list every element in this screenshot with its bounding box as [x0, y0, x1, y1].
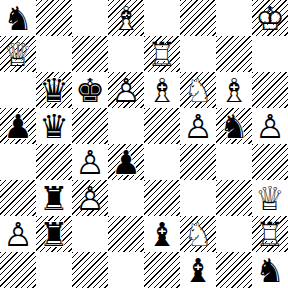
square-h1[interactable]: ♞	[252, 252, 288, 288]
square-a4[interactable]	[0, 144, 36, 180]
bishop-fill: ♝	[108, 0, 144, 36]
white-knight-icon: ♘	[180, 72, 216, 108]
square-a7[interactable]: ♛♕	[0, 36, 36, 72]
pawn-fill: ♟	[180, 108, 216, 144]
square-e7[interactable]: ♜♖	[144, 36, 180, 72]
pawn-fill: ♟	[252, 108, 288, 144]
square-d8[interactable]: ♝♗	[108, 0, 144, 36]
square-f1[interactable]: ♝	[180, 252, 216, 288]
white-pawn-icon: ♙	[0, 216, 36, 252]
white-pawn-icon: ♙	[108, 72, 144, 108]
square-b6[interactable]: ♛	[36, 72, 72, 108]
pawn-fill: ♟	[0, 216, 36, 252]
square-c4[interactable]: ♟♙	[72, 144, 108, 180]
king-fill: ♚	[252, 0, 288, 36]
white-rook-icon: ♖	[144, 36, 180, 72]
piece-white-pawn: ♟♙	[72, 180, 108, 216]
square-a3[interactable]	[0, 180, 36, 216]
square-b3[interactable]: ♜	[36, 180, 72, 216]
square-a2[interactable]: ♟♙	[0, 216, 36, 252]
black-knight-icon: ♞	[216, 108, 252, 144]
piece-white-bishop: ♝♗	[108, 0, 144, 36]
square-d4[interactable]: ♟	[108, 144, 144, 180]
square-a6[interactable]	[0, 72, 36, 108]
square-h3[interactable]: ♛♕	[252, 180, 288, 216]
piece-black-knight: ♞	[0, 0, 36, 36]
square-g2[interactable]	[216, 216, 252, 252]
square-a8[interactable]: ♞	[0, 0, 36, 36]
piece-black-knight: ♞	[216, 108, 252, 144]
black-knight-icon: ♞	[252, 252, 288, 288]
square-a1[interactable]	[0, 252, 36, 288]
square-d1[interactable]	[108, 252, 144, 288]
square-h8[interactable]: ♚♔	[252, 0, 288, 36]
square-e4[interactable]	[144, 144, 180, 180]
square-b4[interactable]	[36, 144, 72, 180]
square-d6[interactable]: ♟♙	[108, 72, 144, 108]
knight-fill: ♞	[180, 216, 216, 252]
square-a5[interactable]: ♟	[0, 108, 36, 144]
piece-black-queen: ♛	[36, 108, 72, 144]
black-bishop-icon: ♝	[144, 216, 180, 252]
piece-white-rook: ♜♖	[144, 36, 180, 72]
white-queen-icon: ♕	[0, 36, 36, 72]
piece-black-bishop: ♝	[180, 252, 216, 288]
square-h5[interactable]: ♟♙	[252, 108, 288, 144]
square-g1[interactable]	[216, 252, 252, 288]
square-g3[interactable]	[216, 180, 252, 216]
white-rook-icon: ♖	[252, 216, 288, 252]
piece-black-pawn: ♟	[108, 144, 144, 180]
chess-diagram: ♞♝♗♚♔♛♕♜♖♛♚♟♙♝♗♞♘♝♗♟♛♟♙♞♟♙♟♙♟♜♟♙♛♕♟♙♜♝♞♘…	[0, 0, 288, 288]
piece-white-queen: ♛♕	[0, 36, 36, 72]
piece-white-pawn: ♟♙	[0, 216, 36, 252]
knight-fill: ♞	[180, 72, 216, 108]
square-e5[interactable]	[144, 108, 180, 144]
square-b2[interactable]: ♜	[36, 216, 72, 252]
square-h2[interactable]: ♜♖	[252, 216, 288, 252]
square-e6[interactable]: ♝♗	[144, 72, 180, 108]
square-g5[interactable]: ♞	[216, 108, 252, 144]
piece-white-pawn: ♟♙	[252, 108, 288, 144]
pawn-fill: ♟	[72, 144, 108, 180]
square-c1[interactable]	[72, 252, 108, 288]
piece-white-king: ♚♔	[252, 0, 288, 36]
square-f3[interactable]	[180, 180, 216, 216]
piece-black-rook: ♜	[36, 180, 72, 216]
square-c5[interactable]	[72, 108, 108, 144]
square-c8[interactable]	[72, 0, 108, 36]
piece-white-pawn: ♟♙	[108, 72, 144, 108]
piece-black-queen: ♛	[36, 72, 72, 108]
square-g6[interactable]: ♝♗	[216, 72, 252, 108]
rook-fill: ♜	[252, 216, 288, 252]
white-queen-icon: ♕	[252, 180, 288, 216]
pawn-fill: ♟	[72, 180, 108, 216]
white-king-icon: ♔	[252, 0, 288, 36]
square-h7[interactable]	[252, 36, 288, 72]
square-e8[interactable]	[144, 0, 180, 36]
black-pawn-icon: ♟	[0, 108, 36, 144]
queen-fill: ♛	[0, 36, 36, 72]
queen-fill: ♛	[252, 180, 288, 216]
chess-board: ♞♝♗♚♔♛♕♜♖♛♚♟♙♝♗♞♘♝♗♟♛♟♙♞♟♙♟♙♟♜♟♙♛♕♟♙♜♝♞♘…	[0, 0, 288, 288]
white-pawn-icon: ♙	[252, 108, 288, 144]
piece-black-king: ♚	[72, 72, 108, 108]
white-knight-icon: ♘	[180, 216, 216, 252]
square-c6[interactable]: ♚	[72, 72, 108, 108]
black-knight-icon: ♞	[0, 0, 36, 36]
square-b1[interactable]	[36, 252, 72, 288]
piece-black-pawn: ♟	[0, 108, 36, 144]
square-c3[interactable]: ♟♙	[72, 180, 108, 216]
square-e1[interactable]	[144, 252, 180, 288]
square-f6[interactable]: ♞♘	[180, 72, 216, 108]
rook-fill: ♜	[144, 36, 180, 72]
piece-white-rook: ♜♖	[252, 216, 288, 252]
black-pawn-icon: ♟	[108, 144, 144, 180]
square-e3[interactable]	[144, 180, 180, 216]
piece-black-bishop: ♝	[144, 216, 180, 252]
bishop-fill: ♝	[144, 72, 180, 108]
piece-white-bishop: ♝♗	[216, 72, 252, 108]
piece-white-pawn: ♟♙	[72, 144, 108, 180]
square-c7[interactable]	[72, 36, 108, 72]
square-d5[interactable]	[108, 108, 144, 144]
square-g7[interactable]	[216, 36, 252, 72]
piece-white-pawn: ♟♙	[180, 108, 216, 144]
black-bishop-icon: ♝	[180, 252, 216, 288]
square-b5[interactable]: ♛	[36, 108, 72, 144]
square-f7[interactable]	[180, 36, 216, 72]
square-b7[interactable]	[36, 36, 72, 72]
white-bishop-icon: ♗	[216, 72, 252, 108]
square-b8[interactable]	[36, 0, 72, 36]
square-g8[interactable]	[216, 0, 252, 36]
white-bishop-icon: ♗	[144, 72, 180, 108]
piece-white-bishop: ♝♗	[144, 72, 180, 108]
black-king-icon: ♚	[72, 72, 108, 108]
square-h6[interactable]	[252, 72, 288, 108]
square-d3[interactable]	[108, 180, 144, 216]
white-pawn-icon: ♙	[72, 180, 108, 216]
white-pawn-icon: ♙	[72, 144, 108, 180]
square-g4[interactable]	[216, 144, 252, 180]
pawn-fill: ♟	[108, 72, 144, 108]
black-queen-icon: ♛	[36, 72, 72, 108]
bishop-fill: ♝	[216, 72, 252, 108]
square-f8[interactable]	[180, 0, 216, 36]
square-d2[interactable]	[108, 216, 144, 252]
piece-white-queen: ♛♕	[252, 180, 288, 216]
square-h4[interactable]	[252, 144, 288, 180]
square-e2[interactable]: ♝	[144, 216, 180, 252]
square-f5[interactable]: ♟♙	[180, 108, 216, 144]
white-bishop-icon: ♗	[108, 0, 144, 36]
black-rook-icon: ♜	[36, 180, 72, 216]
piece-black-rook: ♜	[36, 216, 72, 252]
piece-black-knight: ♞	[252, 252, 288, 288]
black-queen-icon: ♛	[36, 108, 72, 144]
white-pawn-icon: ♙	[180, 108, 216, 144]
square-d7[interactable]	[108, 36, 144, 72]
piece-white-knight: ♞♘	[180, 216, 216, 252]
square-f4[interactable]	[180, 144, 216, 180]
black-rook-icon: ♜	[36, 216, 72, 252]
square-f2[interactable]: ♞♘	[180, 216, 216, 252]
piece-white-knight: ♞♘	[180, 72, 216, 108]
square-c2[interactable]	[72, 216, 108, 252]
